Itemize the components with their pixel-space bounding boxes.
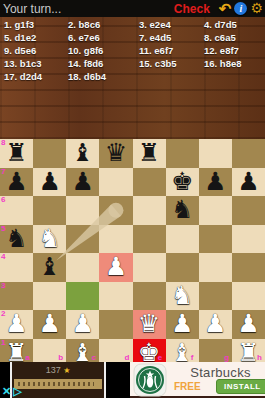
ad-game-thumb: 137 ★: [12, 362, 104, 398]
square-d5[interactable]: [99, 225, 132, 254]
ad-video-thumbnail[interactable]: 137 ★ ✕▷: [0, 362, 130, 398]
undo-icon[interactable]: ↶: [219, 1, 232, 16]
move-entry: 2. b8c6: [68, 19, 139, 32]
move-entry: 18. d6b4: [68, 71, 139, 84]
ad-text-strip: [14, 379, 102, 389]
square-b6[interactable]: [33, 196, 66, 225]
square-f8[interactable]: [166, 139, 199, 168]
black-pawn-c7: ♟: [66, 168, 99, 197]
square-h7[interactable]: ♟: [232, 168, 265, 197]
black-rook-e8: ♜: [133, 139, 166, 168]
square-a3[interactable]: [0, 282, 33, 311]
ad-score-label: 137 ★: [12, 365, 104, 375]
square-a4[interactable]: [0, 253, 33, 282]
square-f4[interactable]: [166, 253, 199, 282]
white-knight-b5: ♞: [33, 225, 66, 254]
square-g5[interactable]: [199, 225, 232, 254]
move-entry: 11. e6f7: [139, 45, 204, 58]
square-b7[interactable]: ♟: [33, 168, 66, 197]
square-f2[interactable]: ♟: [166, 310, 199, 339]
black-bishop-b4: ♝: [33, 253, 66, 282]
square-b5[interactable]: ♞: [33, 225, 66, 254]
square-h5[interactable]: [232, 225, 265, 254]
move-entry: 4. d7d5: [204, 19, 264, 32]
move-entry: 3. e2e4: [139, 19, 204, 32]
square-e5[interactable]: [133, 225, 166, 254]
black-knight-a5: ♞: [0, 225, 33, 254]
white-pawn-g2: ♟: [199, 310, 232, 339]
chess-board[interactable]: ♜♝♛♜♟♟♟♚♟♟♞♞♞♝♟♞♟♟♟♛♟♟♟♜♝♚♝♜: [0, 139, 265, 367]
square-d8[interactable]: ♛: [99, 139, 132, 168]
white-queen-e2: ♛: [133, 310, 166, 339]
white-pawn-c2: ♟: [66, 310, 99, 339]
move-list: 1. g1f32. b8c63. e2e44. d7d55. d1e26. e7…: [4, 19, 264, 84]
black-pawn-b7: ♟: [33, 168, 66, 197]
square-h4[interactable]: [232, 253, 265, 282]
move-entry: 14. f8d6: [68, 58, 139, 71]
square-a5[interactable]: ♞: [0, 225, 33, 254]
square-f6[interactable]: ♞: [166, 196, 199, 225]
square-g8[interactable]: [199, 139, 232, 168]
close-icon[interactable]: ✕: [2, 385, 13, 397]
white-pawn-a2: ♟: [0, 310, 33, 339]
move-entry: 5. d1e2: [4, 32, 68, 45]
move-entry: 6. e7e6: [68, 32, 139, 45]
white-pawn-h2: ♟: [232, 310, 265, 339]
square-a2[interactable]: ♟: [0, 310, 33, 339]
square-d2[interactable]: [99, 310, 132, 339]
white-pawn-d4: ♟: [99, 253, 132, 282]
square-e7[interactable]: [133, 168, 166, 197]
square-d3[interactable]: [99, 282, 132, 311]
square-f7[interactable]: ♚: [166, 168, 199, 197]
move-entry: 15. c3b5: [139, 58, 204, 71]
ad-app-name: Starbucks: [178, 365, 263, 380]
chess-app: Your turn... Check ↶ i ⚙ 1. g1f32. b8c63…: [0, 0, 265, 398]
square-b4[interactable]: ♝: [33, 253, 66, 282]
move-entry: 7. e4d5: [139, 32, 204, 45]
square-e6[interactable]: [133, 196, 166, 225]
move-entry: 12. e8f7: [204, 45, 264, 58]
square-e8[interactable]: ♜: [133, 139, 166, 168]
square-b3[interactable]: [33, 282, 66, 311]
square-g7[interactable]: ♟: [199, 168, 232, 197]
white-knight-f3: ♞: [166, 282, 199, 311]
square-h6[interactable]: [232, 196, 265, 225]
square-h3[interactable]: [232, 282, 265, 311]
square-e3[interactable]: [133, 282, 166, 311]
square-c2[interactable]: ♟: [66, 310, 99, 339]
square-f5[interactable]: [166, 225, 199, 254]
settings-gear-icon[interactable]: ⚙: [250, 1, 263, 16]
ad-install-card[interactable]: Starbucks FREE INSTALL: [130, 362, 265, 398]
square-e2[interactable]: ♛: [133, 310, 166, 339]
square-c5[interactable]: [66, 225, 99, 254]
move-entry: 8. c6a5: [204, 32, 264, 45]
starbucks-logo-icon: [133, 363, 167, 397]
square-b8[interactable]: [33, 139, 66, 168]
white-pawn-b2: ♟: [33, 310, 66, 339]
black-bishop-c8: ♝: [66, 139, 99, 168]
top-bar: Your turn... Check ↶ i ⚙: [0, 0, 265, 17]
square-g2[interactable]: ♟: [199, 310, 232, 339]
square-h8[interactable]: [232, 139, 265, 168]
move-entry: 17. d2d4: [4, 71, 68, 84]
square-d4[interactable]: ♟: [99, 253, 132, 282]
ad-banner[interactable]: 137 ★ ✕▷ Starbucks FREE INSTALL: [0, 362, 265, 398]
black-pawn-a7: ♟: [0, 168, 33, 197]
ad-price-label: FREE: [174, 381, 201, 392]
black-pawn-h7: ♟: [232, 168, 265, 197]
move-entry: 16. h8e8: [204, 58, 264, 71]
square-g3[interactable]: [199, 282, 232, 311]
check-status-label: Check: [174, 2, 210, 16]
star-icon: ★: [63, 366, 70, 375]
black-knight-f6: ♞: [166, 196, 199, 225]
white-pawn-f2: ♟: [166, 310, 199, 339]
move-entry: 9. d5e6: [4, 45, 68, 58]
square-c4[interactable]: [66, 253, 99, 282]
move-entry: 13. b1c3: [4, 58, 68, 71]
black-rook-a8: ♜: [0, 139, 33, 168]
play-icon[interactable]: ▷: [13, 385, 23, 397]
square-a8[interactable]: ♜: [0, 139, 33, 168]
turn-status-label: Your turn...: [3, 2, 61, 16]
square-d6[interactable]: [99, 196, 132, 225]
square-c7[interactable]: ♟: [66, 168, 99, 197]
square-a6[interactable]: [0, 196, 33, 225]
square-h2[interactable]: ♟: [232, 310, 265, 339]
square-c8[interactable]: ♝: [66, 139, 99, 168]
ad-divider: [104, 362, 106, 398]
square-d7[interactable]: [99, 168, 132, 197]
black-queen-d8: ♛: [99, 139, 132, 168]
black-pawn-g7: ♟: [199, 168, 232, 197]
info-icon[interactable]: i: [234, 2, 247, 15]
square-f3[interactable]: ♞: [166, 282, 199, 311]
black-king-f7: ♚: [166, 168, 199, 197]
move-entry: 10. g8f6: [68, 45, 139, 58]
square-b2[interactable]: ♟: [33, 310, 66, 339]
square-c3[interactable]: [66, 282, 99, 311]
move-list-panel: 1. g1f32. b8c63. e2e44. d7d55. d1e26. e7…: [0, 17, 265, 139]
square-a7[interactable]: ♟: [0, 168, 33, 197]
move-entry: 1. g1f3: [4, 19, 68, 32]
ad-controls: ✕▷: [2, 385, 24, 398]
square-c6[interactable]: [66, 196, 99, 225]
install-button[interactable]: INSTALL: [216, 379, 265, 394]
square-g4[interactable]: [199, 253, 232, 282]
square-g6[interactable]: [199, 196, 232, 225]
square-e4[interactable]: [133, 253, 166, 282]
